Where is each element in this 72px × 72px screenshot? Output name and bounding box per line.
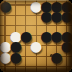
go-board-screenshot: ●●●●●●●●●●●●●●●●●●●● bbox=[0, 0, 72, 72]
black-stone: ● bbox=[0, 0, 12, 12]
black-stone: ● bbox=[61, 10, 72, 22]
black-stone: ● bbox=[10, 51, 22, 63]
white-stone: ● bbox=[30, 40, 42, 52]
black-stone: ● bbox=[51, 51, 63, 63]
go-board[interactable]: ●●●●●●●●●●●●●●●●●●●● bbox=[0, 0, 72, 72]
